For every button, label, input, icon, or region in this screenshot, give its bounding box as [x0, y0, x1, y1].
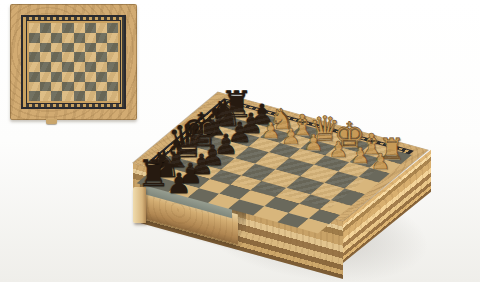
- flat-board-square: [29, 52, 40, 62]
- flat-board-square: [96, 33, 107, 43]
- chess-piece-dark-r: ♜: [137, 156, 170, 191]
- flat-board-square: [96, 62, 107, 72]
- flat-board-square: [40, 62, 51, 72]
- flat-board-square: [62, 62, 73, 72]
- chess-box-scene: ♜♟♞♝♛♚♝♜♞♟♟♟♟♟♟♟♝♟♚♟♛♟♝♟♞♟♜♟: [110, 35, 480, 282]
- flat-board-square: [29, 82, 40, 92]
- flat-board-square: [51, 91, 62, 101]
- flat-board-square: [85, 82, 96, 92]
- flat-board-square: [51, 52, 62, 62]
- flat-board-square: [40, 43, 51, 53]
- flat-board-square: [51, 62, 62, 72]
- flat-board-square: [29, 62, 40, 72]
- flat-board-square: [51, 82, 62, 92]
- flat-board-square: [51, 33, 62, 43]
- flat-board-square: [85, 72, 96, 82]
- flat-board-square: [96, 91, 107, 101]
- flat-board-square: [74, 33, 85, 43]
- flat-board-square: [62, 72, 73, 82]
- chess-piece-dark-p: ♟: [167, 171, 192, 198]
- flat-board-square: [62, 33, 73, 43]
- flat-board-square: [62, 91, 73, 101]
- product-photo: ♜♟♞♝♛♚♝♜♞♟♟♟♟♟♟♟♝♟♚♟♛♟♝♟♞♟♜♟: [0, 0, 480, 282]
- flat-board-square: [40, 52, 51, 62]
- board-3d-grid: ♜♟♞♝♛♚♝♜♞♟♟♟♟♟♟♟♝♟♚♟♛♟♝♟♞♟♜♟: [162, 105, 398, 208]
- flat-board-square: [85, 23, 96, 33]
- flat-board-square: [96, 82, 107, 92]
- flat-board-square: [62, 23, 73, 33]
- flat-board-square: [40, 72, 51, 82]
- flat-board-square: [51, 72, 62, 82]
- flat-board-square: [62, 82, 73, 92]
- flat-board-square: [29, 33, 40, 43]
- flat-board-square: [85, 33, 96, 43]
- flat-board-square: [29, 23, 40, 33]
- flat-board-square: [74, 23, 85, 33]
- flat-board-square: [29, 43, 40, 53]
- flat-board-square: [74, 82, 85, 92]
- flat-board-square: [96, 43, 107, 53]
- flat-board-square: [40, 82, 51, 92]
- flat-board-square: [85, 43, 96, 53]
- flat-board-square: [29, 72, 40, 82]
- flat-board-square: [29, 91, 40, 101]
- flat-board-square: [74, 52, 85, 62]
- flat-board-square: [85, 91, 96, 101]
- flat-board-square: [96, 23, 107, 33]
- flat-board-grid: [29, 23, 118, 101]
- flat-board-square: [40, 33, 51, 43]
- flat-board-square: [74, 72, 85, 82]
- flat-board-square: [107, 23, 118, 33]
- flat-board-square: [62, 52, 73, 62]
- board-latch: [46, 119, 57, 124]
- flat-board-square: [85, 52, 96, 62]
- flat-board-square: [40, 91, 51, 101]
- flat-board-square: [40, 23, 51, 33]
- flat-board-square: [51, 43, 62, 53]
- flat-board-square: [74, 91, 85, 101]
- flat-board-square: [85, 62, 96, 72]
- flat-board-square: [51, 23, 62, 33]
- flat-board-square: [96, 72, 107, 82]
- flat-board-square: [96, 52, 107, 62]
- flat-board-square: [74, 43, 85, 53]
- flat-board-square: [74, 62, 85, 72]
- flat-board-square: [62, 43, 73, 53]
